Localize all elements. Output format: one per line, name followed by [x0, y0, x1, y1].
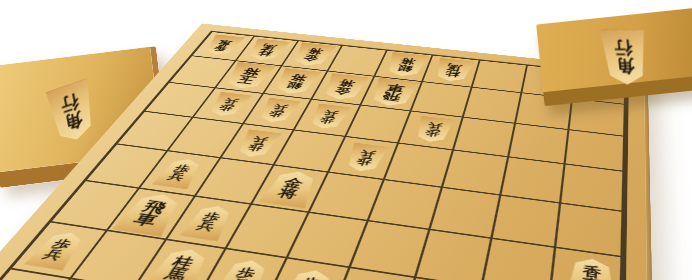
shogi-piece-pawn-5d[interactable]: 歩兵 — [341, 142, 388, 173]
shogi-piece-pawn-7d[interactable]: 歩兵 — [232, 129, 282, 159]
piece-kanji: 将 — [240, 67, 262, 77]
shogi-piece-pawn-8c[interactable]: 歩兵 — [204, 92, 252, 118]
piece-kanji: 車 — [131, 212, 160, 228]
shogi-piece-rook-8f[interactable]: 飛車 — [112, 191, 188, 236]
piece-kanji: 兵 — [322, 110, 339, 118]
shogi-piece-pawn-8e[interactable]: 歩兵 — [151, 157, 206, 190]
piece-kanji: 兵 — [250, 135, 268, 144]
shogi-piece-pawn-6c[interactable]: 歩兵 — [305, 104, 350, 131]
shogi-piece-pawn-9g[interactable]: 歩兵 — [24, 230, 90, 271]
shogi-piece-knight-4a[interactable]: 桂馬 — [432, 58, 475, 83]
piece-kanji: 兵 — [42, 248, 66, 261]
piece-kanji: 歩 — [424, 129, 440, 138]
piece-kanji: 兵 — [222, 98, 239, 106]
shogi-piece-pawn-4c[interactable]: 歩兵 — [411, 116, 454, 144]
shogi-piece-pawn-6g[interactable]: 歩兵 — [212, 257, 274, 280]
piece-kanji: 歩 — [172, 164, 192, 174]
piece-kanji: 飛 — [140, 200, 169, 215]
shogi-piece-lance-9a[interactable]: 香車 — [200, 34, 245, 56]
piece-kanji: 歩 — [50, 238, 73, 250]
piece-kanji: 兵 — [426, 122, 442, 131]
piece-kanji: 香 — [582, 265, 602, 279]
piece-kanji: 行 — [614, 40, 634, 57]
scene: 角行 香車桂馬金将銀将桂馬玉将銀将金将飛車歩兵歩兵歩兵歩兵歩兵歩兵歩兵金将飛車歩… — [0, 0, 692, 280]
board-right-face — [644, 70, 658, 280]
piece-kanji: 馬 — [446, 63, 462, 71]
piece-kanji: 将 — [398, 57, 416, 65]
piece-kanji: 将 — [337, 79, 356, 88]
piece-kanji: 車 — [217, 39, 234, 46]
shogi-piece-gold-6e[interactable]: 金将 — [259, 169, 322, 209]
shogi-piece-pawn-5g[interactable]: 歩兵 — [278, 267, 338, 280]
shogi-piece-pawn-7c[interactable]: 歩兵 — [254, 98, 301, 125]
shogi-photo-scene: 角行 香車桂馬金将銀将桂馬玉将銀将金将飛車歩兵歩兵歩兵歩兵歩兵歩兵歩兵金将飛車歩… — [0, 0, 692, 280]
piece-kanji: 兵 — [167, 172, 187, 182]
shogi-piece-silver-7b[interactable]: 銀将 — [269, 68, 322, 96]
piece-kanji: 将 — [305, 48, 323, 56]
piece-kanji: 歩 — [235, 267, 257, 280]
shogi-piece-rook-5b[interactable]: 飛車 — [366, 78, 420, 109]
piece-kanji: 馬 — [163, 267, 189, 280]
shogi-piece-knight-7g[interactable]: 桂馬 — [143, 246, 214, 280]
shogi-piece-gold-6b[interactable]: 金将 — [318, 73, 369, 101]
piece-kanji: 将 — [288, 73, 307, 82]
shogi-piece-bishop-hand[interactable]: 角行 — [45, 78, 98, 147]
sente-komadai-stand: 角行 — [536, 8, 692, 106]
piece-kanji: 馬 — [261, 43, 278, 50]
shogi-piece-bishop-hand[interactable]: 角行 — [599, 30, 650, 85]
piece-kanji: 角 — [616, 57, 636, 74]
piece-kanji: 車 — [581, 277, 601, 280]
piece-kanji: 行 — [60, 92, 80, 115]
piece-kanji: 兵 — [358, 149, 376, 158]
shogi-piece-knight-8a[interactable]: 桂馬 — [243, 38, 290, 61]
piece-kanji: 将 — [276, 187, 300, 200]
piece-kanji: 桂 — [170, 256, 196, 271]
piece-kanji: 歩 — [355, 157, 373, 167]
piece-kanji: 車 — [385, 83, 406, 93]
piece-kanji: 兵 — [271, 104, 288, 112]
piece-kanji: 歩 — [246, 143, 264, 152]
shogi-piece-pawn-7f[interactable]: 歩兵 — [179, 203, 237, 241]
shogi-piece-silver-5a[interactable]: 銀将 — [381, 52, 428, 78]
shogi-piece-king-8b[interactable]: 玉将 — [219, 62, 276, 91]
piece-kanji: 金 — [282, 177, 305, 189]
shogi-piece-lance-1f[interactable]: 香車 — [566, 256, 616, 280]
piece-kanji: 歩 — [201, 211, 222, 222]
shogi-piece-gold-7a[interactable]: 金将 — [287, 42, 337, 67]
piece-kanji: 兵 — [195, 221, 216, 233]
